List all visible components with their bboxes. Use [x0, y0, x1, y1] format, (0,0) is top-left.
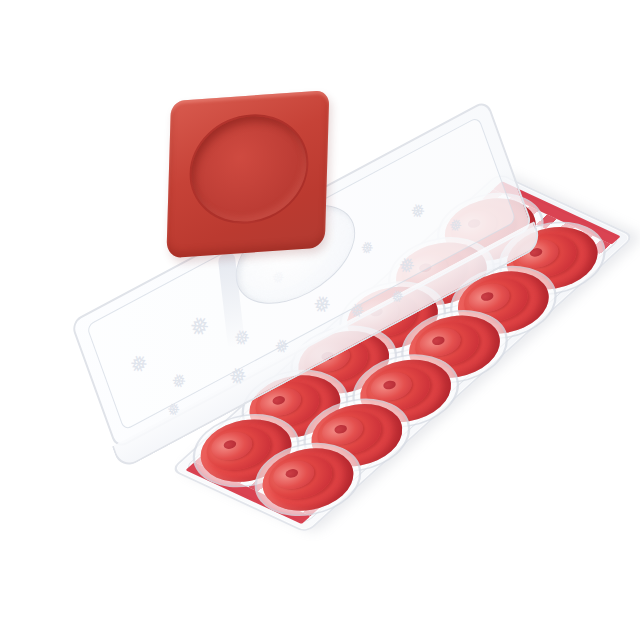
product-photo: ❅❅❅❅❅❅❅❅❅❅❅❅❅❅❅ [0, 0, 640, 640]
closure-flap [166, 90, 329, 258]
flap-oval-recess [188, 110, 310, 227]
